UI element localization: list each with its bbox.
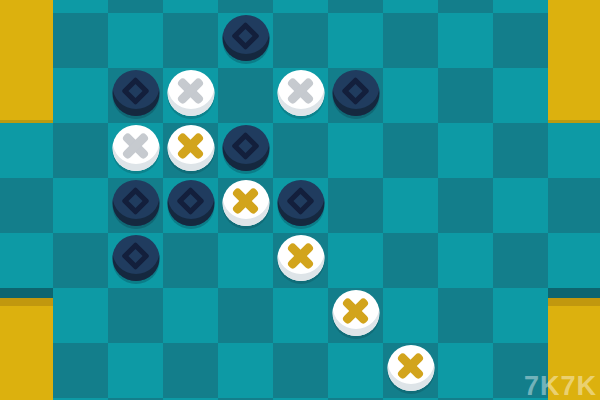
board-cell[interactable] bbox=[438, 13, 493, 68]
corner-pillar-top-left bbox=[0, 0, 53, 123]
board-cell[interactable] bbox=[548, 178, 600, 233]
board-cell[interactable] bbox=[163, 233, 218, 288]
board-cell[interactable] bbox=[328, 123, 383, 178]
board-cell[interactable] bbox=[53, 13, 108, 68]
board-cell[interactable] bbox=[53, 0, 108, 13]
board-cell[interactable] bbox=[163, 13, 218, 68]
board-cell[interactable] bbox=[218, 288, 273, 343]
board-cell[interactable] bbox=[383, 288, 438, 343]
board-cell[interactable] bbox=[328, 68, 383, 123]
white-gray-x-piece[interactable] bbox=[167, 70, 214, 116]
x-icon bbox=[167, 70, 214, 116]
board-cell[interactable] bbox=[383, 0, 438, 13]
board-cell[interactable] bbox=[108, 68, 163, 123]
x-icon bbox=[387, 345, 434, 391]
board-cell[interactable] bbox=[383, 13, 438, 68]
board-cell[interactable] bbox=[108, 178, 163, 233]
board-cell[interactable] bbox=[273, 68, 328, 123]
x-icon bbox=[277, 235, 324, 281]
board-cell[interactable] bbox=[163, 343, 218, 398]
board-cell[interactable] bbox=[493, 0, 548, 13]
white-gold-x-piece[interactable] bbox=[222, 180, 269, 226]
x-icon bbox=[167, 125, 214, 171]
board-cell[interactable] bbox=[548, 233, 600, 288]
diamond-icon bbox=[121, 77, 149, 105]
diamond-icon bbox=[286, 187, 314, 215]
board-cell[interactable] bbox=[53, 288, 108, 343]
board-cell[interactable] bbox=[493, 233, 548, 288]
corner-pillar-top-right bbox=[548, 0, 600, 123]
board-cell[interactable] bbox=[328, 0, 383, 13]
board-cell[interactable] bbox=[163, 288, 218, 343]
board-cell[interactable] bbox=[218, 343, 273, 398]
board-cell[interactable] bbox=[0, 178, 53, 233]
site-watermark: 7K7K bbox=[524, 373, 597, 400]
dark-diamond-piece[interactable] bbox=[112, 70, 159, 116]
board-cell[interactable] bbox=[328, 13, 383, 68]
board-cell[interactable] bbox=[328, 178, 383, 233]
board-cell[interactable] bbox=[53, 178, 108, 233]
board-cell[interactable] bbox=[53, 233, 108, 288]
board-cell[interactable] bbox=[328, 233, 383, 288]
white-gray-x-piece[interactable] bbox=[277, 70, 324, 116]
diamond-icon bbox=[121, 187, 149, 215]
board-cell[interactable] bbox=[273, 343, 328, 398]
dark-diamond-piece[interactable] bbox=[332, 70, 379, 116]
board-cell[interactable] bbox=[163, 178, 218, 233]
board-cell[interactable] bbox=[438, 178, 493, 233]
board-cell[interactable] bbox=[438, 233, 493, 288]
board-cell[interactable] bbox=[383, 178, 438, 233]
diamond-icon bbox=[341, 77, 369, 105]
diamond-icon bbox=[176, 187, 204, 215]
board-cell[interactable] bbox=[438, 68, 493, 123]
game-board bbox=[0, 0, 600, 400]
dark-diamond-piece[interactable] bbox=[222, 125, 269, 171]
board-cell[interactable] bbox=[163, 0, 218, 13]
board-cell[interactable] bbox=[493, 123, 548, 178]
board-cell[interactable] bbox=[218, 0, 273, 13]
board-cell[interactable] bbox=[163, 123, 218, 178]
board-cell[interactable] bbox=[383, 343, 438, 398]
diamond-icon bbox=[231, 132, 259, 160]
board-cell[interactable] bbox=[163, 68, 218, 123]
board-cell[interactable] bbox=[108, 0, 163, 13]
board-cell[interactable] bbox=[493, 13, 548, 68]
board-cell[interactable] bbox=[218, 178, 273, 233]
game-screen: 7K7K bbox=[0, 0, 600, 400]
board-cell[interactable] bbox=[383, 68, 438, 123]
x-icon bbox=[332, 290, 379, 336]
dark-diamond-piece[interactable] bbox=[167, 180, 214, 226]
corner-pillar-bottom-left bbox=[0, 288, 53, 400]
board-cell[interactable] bbox=[53, 68, 108, 123]
x-icon bbox=[277, 70, 324, 116]
white-gold-x-piece[interactable] bbox=[332, 290, 379, 336]
board-cell[interactable] bbox=[108, 343, 163, 398]
board-cell[interactable] bbox=[493, 178, 548, 233]
board-cell[interactable] bbox=[328, 288, 383, 343]
board-cell[interactable] bbox=[438, 123, 493, 178]
board-cell[interactable] bbox=[438, 343, 493, 398]
board-cell[interactable] bbox=[218, 13, 273, 68]
board-cell[interactable] bbox=[108, 233, 163, 288]
board-cell[interactable] bbox=[0, 233, 53, 288]
dark-diamond-piece[interactable] bbox=[112, 235, 159, 281]
board-cell[interactable] bbox=[548, 123, 600, 178]
dark-diamond-piece[interactable] bbox=[222, 15, 269, 61]
board-cell[interactable] bbox=[108, 123, 163, 178]
white-gold-x-piece[interactable] bbox=[277, 235, 324, 281]
white-gray-x-piece[interactable] bbox=[112, 125, 159, 171]
board-cell[interactable] bbox=[438, 288, 493, 343]
board-cell[interactable] bbox=[0, 123, 53, 178]
board-cell[interactable] bbox=[273, 13, 328, 68]
white-gold-x-piece[interactable] bbox=[387, 345, 434, 391]
board-cell[interactable] bbox=[218, 68, 273, 123]
board-cell[interactable] bbox=[53, 123, 108, 178]
board-cell[interactable] bbox=[108, 288, 163, 343]
board-cell[interactable] bbox=[273, 0, 328, 13]
x-icon bbox=[112, 125, 159, 171]
white-gold-x-piece[interactable] bbox=[167, 125, 214, 171]
board-cell[interactable] bbox=[493, 288, 548, 343]
board-cell[interactable] bbox=[383, 123, 438, 178]
board-cell[interactable] bbox=[218, 123, 273, 178]
board-cell[interactable] bbox=[438, 0, 493, 13]
board-cell[interactable] bbox=[328, 343, 383, 398]
dark-diamond-piece[interactable] bbox=[112, 180, 159, 226]
diamond-icon bbox=[231, 22, 259, 50]
board-cell[interactable] bbox=[273, 288, 328, 343]
board-cell[interactable] bbox=[108, 13, 163, 68]
board-cell[interactable] bbox=[273, 233, 328, 288]
board-cell[interactable] bbox=[383, 233, 438, 288]
board-cell[interactable] bbox=[273, 123, 328, 178]
x-icon bbox=[222, 180, 269, 226]
board-cell[interactable] bbox=[218, 233, 273, 288]
dark-diamond-piece[interactable] bbox=[277, 180, 324, 226]
board-cell[interactable] bbox=[273, 178, 328, 233]
board-cell[interactable] bbox=[493, 68, 548, 123]
diamond-icon bbox=[121, 242, 149, 270]
board-cell[interactable] bbox=[53, 343, 108, 398]
